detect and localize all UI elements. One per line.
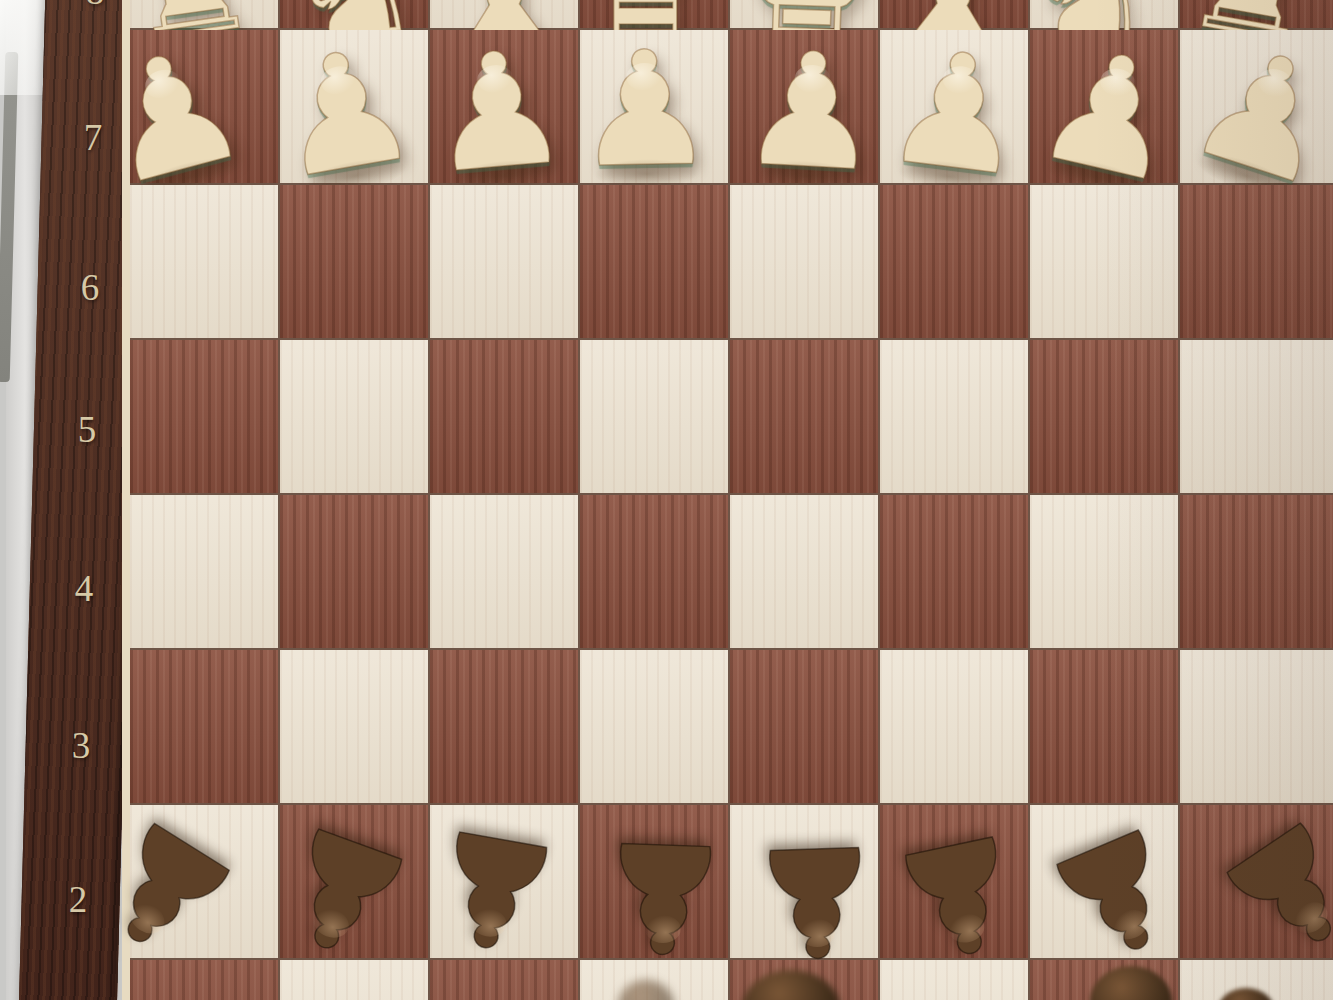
square-g2: ♟ <box>1030 805 1178 958</box>
square-f4 <box>880 495 1028 648</box>
square-e8: ♚ <box>730 0 878 28</box>
white-pawn-f7: ♟ <box>874 27 1040 197</box>
square-d5 <box>580 340 728 493</box>
square-c2: ♟ <box>430 805 578 958</box>
square-b7: ♟ <box>280 30 428 183</box>
square-b6 <box>280 185 428 338</box>
white-pawn-h7: ♟ <box>1167 16 1333 210</box>
black-pawn-e2: ♟ <box>739 822 892 980</box>
square-a1 <box>130 960 278 1000</box>
square-c3 <box>430 650 578 803</box>
square-g8: ♞ <box>1030 0 1178 28</box>
square-h8: ♜ <box>1180 0 1333 28</box>
square-c7: ♟ <box>430 30 578 183</box>
square-a2: ♟ <box>130 805 278 958</box>
square-c5 <box>430 340 578 493</box>
square-c1 <box>430 960 578 1000</box>
square-g3 <box>1030 650 1178 803</box>
square-e7: ♟ <box>730 30 878 183</box>
rank-label-3: 3 <box>72 724 91 767</box>
white-pawn-c7: ♟ <box>418 28 579 193</box>
rank-label-5: 5 <box>78 408 97 451</box>
square-f6 <box>880 185 1028 338</box>
square-f1 <box>880 960 1028 1000</box>
square-b5 <box>280 340 428 493</box>
square-d8: ♛ <box>580 0 728 28</box>
square-a5 <box>130 340 278 493</box>
square-b1 <box>280 960 428 1000</box>
square-g7: ♟ <box>1030 30 1178 183</box>
square-h5 <box>1180 340 1333 493</box>
square-f8: ♝ <box>880 0 1028 28</box>
square-g6 <box>1030 185 1178 338</box>
black-pawn-d2: ♟ <box>587 818 740 976</box>
square-d3 <box>580 650 728 803</box>
rank-label-2: 2 <box>69 878 88 921</box>
square-h3 <box>1180 650 1333 803</box>
square-h2: ♟ <box>1180 805 1333 958</box>
square-c6 <box>430 185 578 338</box>
square-g4 <box>1030 495 1178 648</box>
square-f3 <box>880 650 1028 803</box>
rank-label-6: 6 <box>81 266 100 309</box>
square-f5 <box>880 340 1028 493</box>
rank-label-8: 8 <box>86 0 105 13</box>
square-a4 <box>130 495 278 648</box>
white-pawn-d7: ♟ <box>570 31 721 187</box>
white-pawn-e7: ♟ <box>733 30 889 191</box>
square-g5 <box>1030 340 1178 493</box>
square-d6 <box>580 185 728 338</box>
white-pawn-b7: ♟ <box>258 23 430 199</box>
square-e5 <box>730 340 878 493</box>
white-pawn-g7: ♟ <box>1022 22 1201 204</box>
square-h4 <box>1180 495 1333 648</box>
square-e4 <box>730 495 878 648</box>
rank-label-7: 7 <box>84 116 103 159</box>
square-b8: ♞ <box>280 0 428 28</box>
square-h6 <box>1180 185 1333 338</box>
square-d4 <box>580 495 728 648</box>
square-d2: ♟ <box>580 805 728 958</box>
square-a3 <box>130 650 278 803</box>
square-f7: ♟ <box>880 30 1028 183</box>
chess-board: ♜♞♝♛♚♝♞♜♟♟♟♟♟♟♟♟♟♟♟♟♟♟♟♟ <box>122 0 1333 1000</box>
square-e6 <box>730 185 878 338</box>
rank-label-4: 4 <box>75 567 94 610</box>
square-a7: ♟ <box>130 30 278 183</box>
square-c8: ♝ <box>430 0 578 28</box>
square-f2: ♟ <box>880 805 1028 958</box>
square-a8: ♜ <box>130 0 278 28</box>
square-b3 <box>280 650 428 803</box>
chessboard-photo: 8 7 6 5 4 3 2 ♜♞♝♛♚♝♞♜♟♟♟♟♟♟♟♟♟♟♟♟♟♟♟♟ <box>0 0 1333 1000</box>
square-b2: ♟ <box>280 805 428 958</box>
square-b4 <box>280 495 428 648</box>
square-h7: ♟ <box>1180 30 1333 183</box>
black-pawn-c2: ♟ <box>408 803 580 979</box>
square-e2: ♟ <box>730 805 878 958</box>
square-d7: ♟ <box>580 30 728 183</box>
square-a6 <box>130 185 278 338</box>
square-e3 <box>730 650 878 803</box>
square-c4 <box>430 495 578 648</box>
